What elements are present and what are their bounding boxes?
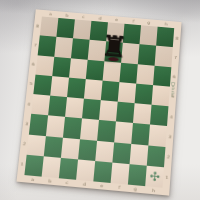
square-e4[interactable] [99,100,118,122]
rank-label-2: 2 [23,142,26,147]
rank-label-2: 2 [167,155,170,160]
file-label-g: g [134,187,137,192]
square-h1[interactable]: ✣ [145,165,164,187]
square-c3[interactable] [63,117,82,139]
square-c7[interactable] [71,39,90,60]
rank-label-3: 3 [25,121,28,125]
square-c2[interactable] [61,137,80,159]
square-b2[interactable] [44,136,63,158]
square-d5[interactable] [84,79,103,100]
file-label-c: c [82,15,85,19]
file-label-f: f [118,185,120,190]
square-a8[interactable] [40,16,59,37]
square-e7[interactable]: ♜ [104,41,122,62]
square-d1[interactable] [76,159,95,181]
file-label-c: c [66,180,69,185]
square-c8[interactable] [73,19,91,40]
square-e5[interactable] [101,80,120,101]
file-label-d: d [83,182,86,187]
rank-label-6: 6 [173,75,176,79]
file-label-e: e [116,18,119,22]
rank-label-8: 8 [175,36,178,40]
black-rook-piece[interactable]: ♜ [100,31,129,62]
square-g7[interactable] [138,44,156,65]
square-g2[interactable] [130,143,149,165]
square-d6[interactable] [86,59,105,80]
file-label-g: g [148,21,151,25]
file-label-b: b [49,179,52,184]
square-c5[interactable] [67,77,86,98]
square-b4[interactable] [48,96,67,117]
photo-scene: abcdefgh abcdefgh 87654321 87654321 ♜✣ ◯… [0,0,200,200]
square-h8[interactable] [156,27,174,48]
board: ♜✣ [24,16,174,187]
square-d3[interactable] [80,119,99,141]
square-c6[interactable] [69,58,88,79]
square-h5[interactable] [152,85,170,106]
square-e3[interactable] [97,120,116,142]
square-f6[interactable] [119,62,137,83]
square-d4[interactable] [82,99,101,121]
rank-label-1: 1 [20,162,23,167]
square-e2[interactable] [95,140,114,162]
rank-label-3: 3 [168,134,171,139]
square-b7[interactable] [54,37,73,58]
square-h2[interactable] [147,145,166,167]
rank-label-7: 7 [34,43,37,47]
square-b5[interactable] [50,76,69,97]
square-g8[interactable] [139,25,157,46]
square-b6[interactable] [52,56,71,77]
rank-label-1: 1 [165,175,168,180]
file-label-h: h [152,188,155,193]
square-f2[interactable] [112,142,131,164]
square-f3[interactable] [114,122,133,144]
square-c1[interactable] [59,158,78,180]
brand-mark: ◯ ılıılıı [169,82,177,98]
file-label-f: f [132,19,134,23]
brand-text: ılıılıı [170,86,175,97]
rank-label-4: 4 [170,114,173,118]
square-d2[interactable] [78,139,97,161]
chess-mat: abcdefgh abcdefgh 87654321 87654321 ♜✣ ◯… [17,9,182,195]
file-label-b: b [66,13,69,17]
square-f1[interactable] [111,162,130,184]
square-h4[interactable] [150,105,169,127]
file-label-a: a [49,12,52,16]
square-f4[interactable] [116,102,135,124]
file-label-h: h [164,22,167,26]
rank-label-8: 8 [36,24,39,28]
square-e6[interactable] [103,61,122,82]
file-label-e: e [101,184,104,189]
square-g4[interactable] [133,103,152,125]
square-h3[interactable] [148,125,167,147]
square-g5[interactable] [135,83,153,104]
square-g6[interactable] [136,64,154,85]
square-g3[interactable] [131,123,150,145]
square-e1[interactable] [93,161,112,183]
square-b8[interactable] [56,18,75,39]
square-g1[interactable] [128,164,147,186]
corner-ornament-icon: ✣ [149,170,160,183]
square-h7[interactable] [155,46,173,67]
file-label-d: d [99,16,102,20]
square-c4[interactable] [65,97,84,118]
file-label-a: a [31,177,34,182]
square-b1[interactable] [42,156,61,178]
rank-label-6: 6 [32,62,35,66]
rank-label-7: 7 [174,55,177,59]
rank-label-4: 4 [27,101,30,105]
rank-label-5: 5 [29,82,32,86]
square-b3[interactable] [46,116,65,138]
square-f5[interactable] [118,82,137,103]
